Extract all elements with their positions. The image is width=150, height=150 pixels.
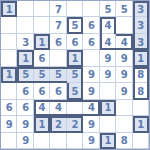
cell-digit: 4 [39,102,46,113]
cell-r4c1[interactable] [1,50,17,66]
cell-r2c2[interactable] [17,17,33,33]
cell-r6c3[interactable]: 6 [34,83,50,99]
fillomino-board: 1755375643316664431619911555599986665998… [0,0,150,150]
cell-r8c7[interactable] [100,116,116,132]
cell-r3c3[interactable]: 1 [34,34,50,50]
cell-r3c4[interactable]: 6 [50,34,66,50]
cell-r5c9[interactable]: 8 [133,67,149,83]
cell-r3c1[interactable] [1,34,17,50]
cell-digit: 1 [39,37,46,48]
cell-r2c4[interactable]: 7 [50,17,66,33]
cell-digit: 2 [55,119,62,130]
cell-r4c8[interactable]: 9 [116,50,132,66]
cell-r7c8[interactable] [116,100,132,116]
cell-r7c3[interactable]: 4 [34,100,50,116]
cell-digit: 5 [72,20,79,31]
cell-r1c5[interactable] [67,1,83,17]
cell-r8c6[interactable]: 9 [83,116,99,132]
cell-r2c8[interactable] [116,17,132,33]
cell-r6c1[interactable] [1,83,17,99]
cell-digit: 6 [55,86,62,97]
cell-r1c1[interactable]: 1 [1,1,17,17]
cell-r8c2[interactable]: 9 [17,116,33,132]
cell-r9c1[interactable] [1,133,17,149]
cell-r2c6[interactable]: 6 [83,17,99,33]
cell-r7c1[interactable]: 6 [1,100,17,116]
cell-r7c6[interactable]: 4 [83,100,99,116]
cell-r4c6[interactable] [83,50,99,66]
cell-digit: 5 [55,69,62,80]
cell-digit: 7 [55,20,62,31]
cell-digit: 6 [72,37,79,48]
cell-digit: 9 [22,135,29,146]
cell-digit: 9 [88,135,95,146]
cell-digit: 1 [104,102,111,113]
cell-r2c9[interactable]: 3 [133,17,149,33]
cell-r8c5[interactable]: 2 [67,116,83,132]
cell-digit: 6 [22,86,29,97]
cell-digit: 8 [121,135,128,146]
cell-r6c2[interactable]: 6 [17,83,33,99]
cell-r3c5[interactable]: 6 [67,34,83,50]
cell-r5c1[interactable]: 1 [1,67,17,83]
cell-r1c4[interactable]: 7 [50,1,66,17]
cell-r5c6[interactable]: 9 [83,67,99,83]
cell-digit: 6 [6,102,13,113]
cell-digit: 1 [22,53,29,64]
cell-r5c2[interactable]: 5 [17,67,33,83]
cell-digit: 4 [104,37,111,48]
cell-r9c9[interactable] [133,133,149,149]
cell-r5c8[interactable]: 9 [116,67,132,83]
cell-r6c9[interactable]: 8 [133,83,149,99]
cell-r1c7[interactable]: 5 [100,1,116,17]
cell-digit: 9 [6,119,13,130]
cell-digit: 1 [137,119,144,130]
cell-digit: 8 [137,69,144,80]
cell-r5c4[interactable]: 5 [50,67,66,83]
cell-r9c8[interactable]: 8 [116,133,132,149]
cell-r3c2[interactable]: 3 [17,34,33,50]
cell-r7c4[interactable]: 4 [50,100,66,116]
cell-digit: 9 [88,69,95,80]
cell-digit: 4 [104,20,111,31]
cell-digit: 6 [22,102,29,113]
cell-digit: 9 [121,69,128,80]
cell-r3c8[interactable]: 4 [116,34,132,50]
cell-digit: 9 [121,53,128,64]
cell-digit: 1 [6,69,13,80]
cell-r9c3[interactable] [34,133,50,149]
cell-digit: 1 [72,53,79,64]
cell-r6c5[interactable]: 5 [67,83,83,99]
cell-r5c5[interactable]: 5 [67,67,83,83]
cell-digit: 5 [104,4,111,15]
cell-digit: 3 [137,4,144,15]
cell-digit: 3 [137,37,144,48]
cell-digit: 6 [88,37,95,48]
cell-digit: 1 [6,4,13,15]
cell-r1c3[interactable] [34,1,50,17]
cell-digit: 5 [121,4,128,15]
cell-digit: 5 [72,69,79,80]
cell-digit: 5 [22,69,29,80]
cell-r3c9[interactable]: 3 [133,34,149,50]
cell-r9c4[interactable] [50,133,66,149]
cell-r1c6[interactable] [83,1,99,17]
cell-r2c3[interactable] [34,17,50,33]
cell-digit: 5 [72,86,79,97]
cell-r2c7[interactable]: 4 [100,17,116,33]
cell-digit: 9 [104,69,111,80]
cell-digit: 8 [137,86,144,97]
cell-digit: 9 [121,86,128,97]
cell-digit: 1 [39,119,46,130]
cell-r9c6[interactable]: 9 [83,133,99,149]
cell-digit: 6 [88,20,95,31]
cell-r5c7[interactable]: 9 [100,67,116,83]
cell-r9c2[interactable]: 9 [17,133,33,149]
cell-r7c7[interactable]: 1 [100,100,116,116]
cell-r4c9[interactable]: 1 [133,50,149,66]
cell-r8c8[interactable] [116,116,132,132]
cell-r7c9[interactable] [133,100,149,116]
cell-r6c4[interactable]: 6 [50,83,66,99]
cell-digit: 4 [55,102,62,113]
cell-r1c8[interactable]: 5 [116,1,132,17]
cell-r8c1[interactable]: 9 [1,116,17,132]
cell-digit: 6 [39,53,46,64]
cell-r2c5[interactable]: 5 [67,17,83,33]
cell-digit: 1 [104,135,111,146]
cell-r2c1[interactable] [1,17,17,33]
cell-r7c5[interactable] [67,100,83,116]
cell-digit: 5 [39,69,46,80]
cell-r8c9[interactable]: 1 [133,116,149,132]
cell-digit: 3 [22,37,29,48]
cell-r4c4[interactable] [50,50,66,66]
cell-r6c6[interactable]: 9 [83,83,99,99]
cell-r9c7[interactable]: 1 [100,133,116,149]
cell-digit: 6 [55,37,62,48]
cell-digit: 9 [104,53,111,64]
cell-digit: 1 [137,53,144,64]
cell-r5c3[interactable]: 5 [34,67,50,83]
cell-r1c2[interactable] [17,1,33,17]
cell-r3c6[interactable]: 6 [83,34,99,50]
cell-r8c3[interactable]: 1 [34,116,50,132]
cell-digit: 9 [22,119,29,130]
cell-r8c4[interactable]: 2 [50,116,66,132]
cell-digit: 2 [72,119,79,130]
cell-r6c7[interactable] [100,83,116,99]
cell-digit: 3 [137,20,144,31]
cell-r4c2[interactable]: 1 [17,50,33,66]
cell-digit: 9 [88,119,95,130]
cell-digit: 9 [88,86,95,97]
cell-digit: 4 [88,102,95,113]
cell-r1c9[interactable]: 3 [133,1,149,17]
cell-digit: 7 [55,4,62,15]
cell-r6c8[interactable]: 9 [116,83,132,99]
cell-r7c2[interactable]: 6 [17,100,33,116]
cell-r3c7[interactable]: 4 [100,34,116,50]
cell-r9c5[interactable] [67,133,83,149]
cell-r4c5[interactable]: 1 [67,50,83,66]
cell-r4c7[interactable]: 9 [100,50,116,66]
cell-digit: 6 [39,86,46,97]
cell-digit: 4 [121,37,128,48]
cell-r4c3[interactable]: 6 [34,50,50,66]
